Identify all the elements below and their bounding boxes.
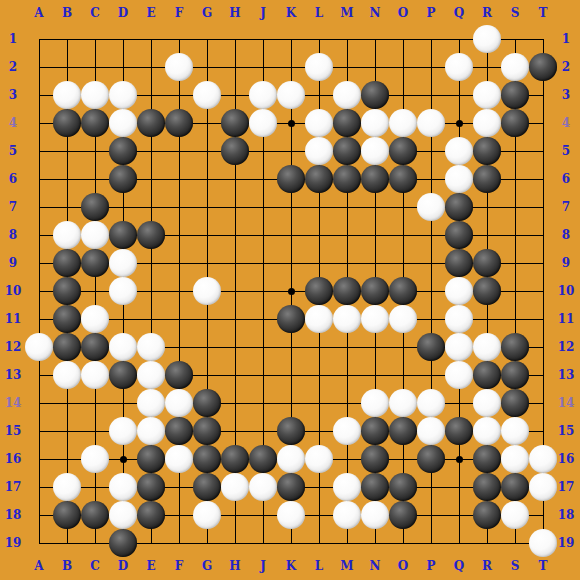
- column-label-bottom: H: [229, 560, 240, 572]
- column-label-bottom: C: [90, 560, 100, 572]
- white-stone[interactable]: [417, 193, 445, 221]
- black-stone[interactable]: [249, 445, 277, 473]
- black-stone[interactable]: [305, 277, 333, 305]
- white-stone[interactable]: [53, 361, 81, 389]
- white-stone[interactable]: [333, 81, 361, 109]
- column-label-bottom: G: [202, 560, 212, 572]
- white-stone[interactable]: [109, 333, 137, 361]
- white-stone[interactable]: [333, 417, 361, 445]
- black-stone[interactable]: [109, 361, 137, 389]
- white-stone[interactable]: [445, 277, 473, 305]
- black-stone[interactable]: [389, 137, 417, 165]
- row-label-right: 9: [562, 257, 570, 269]
- white-stone[interactable]: [501, 501, 529, 529]
- white-stone[interactable]: [109, 473, 137, 501]
- white-stone[interactable]: [445, 361, 473, 389]
- star-point: [288, 288, 295, 295]
- column-label-bottom: E: [146, 560, 155, 572]
- column-label-top: J: [260, 7, 266, 19]
- white-stone[interactable]: [137, 333, 165, 361]
- black-stone[interactable]: [137, 473, 165, 501]
- white-stone[interactable]: [529, 473, 557, 501]
- row-label-right: 8: [562, 229, 570, 241]
- black-stone[interactable]: [137, 221, 165, 249]
- white-stone[interactable]: [109, 277, 137, 305]
- black-stone[interactable]: [53, 305, 81, 333]
- column-label-top: T: [539, 7, 548, 19]
- row-label-right: 1: [562, 33, 570, 45]
- white-stone[interactable]: [165, 53, 193, 81]
- white-stone[interactable]: [53, 81, 81, 109]
- row-label-right: 15: [558, 425, 575, 437]
- black-stone[interactable]: [473, 137, 501, 165]
- black-stone[interactable]: [389, 165, 417, 193]
- row-label-left: 14: [5, 397, 22, 409]
- black-stone[interactable]: [81, 109, 109, 137]
- black-stone[interactable]: [165, 109, 193, 137]
- black-stone[interactable]: [81, 249, 109, 277]
- white-stone[interactable]: [109, 109, 137, 137]
- row-label-right: 2: [562, 61, 570, 73]
- black-stone[interactable]: [473, 249, 501, 277]
- black-stone[interactable]: [333, 109, 361, 137]
- white-stone[interactable]: [361, 305, 389, 333]
- white-stone[interactable]: [277, 81, 305, 109]
- row-label-left: 7: [9, 201, 17, 213]
- white-stone[interactable]: [109, 249, 137, 277]
- column-label-bottom: O: [398, 560, 408, 572]
- column-label-top: M: [340, 7, 353, 19]
- white-stone[interactable]: [445, 305, 473, 333]
- white-stone[interactable]: [389, 389, 417, 417]
- row-label-right: 4: [562, 117, 570, 129]
- row-label-right: 5: [562, 145, 570, 157]
- column-label-top: N: [370, 7, 381, 19]
- white-stone[interactable]: [305, 53, 333, 81]
- row-label-left: 18: [5, 509, 22, 521]
- grid-line-horizontal: [39, 403, 544, 404]
- white-stone[interactable]: [501, 445, 529, 473]
- white-stone[interactable]: [277, 445, 305, 473]
- white-stone[interactable]: [81, 221, 109, 249]
- column-label-top: S: [511, 7, 520, 19]
- column-label-top: B: [62, 7, 72, 19]
- star-point: [456, 456, 463, 463]
- black-stone[interactable]: [473, 445, 501, 473]
- row-label-left: 6: [9, 173, 17, 185]
- white-stone[interactable]: [501, 53, 529, 81]
- black-stone[interactable]: [193, 417, 221, 445]
- black-stone[interactable]: [193, 473, 221, 501]
- row-label-left: 15: [5, 425, 22, 437]
- black-stone[interactable]: [501, 361, 529, 389]
- white-stone[interactable]: [193, 81, 221, 109]
- row-label-left: 16: [5, 453, 22, 465]
- white-stone[interactable]: [305, 109, 333, 137]
- column-label-top: C: [90, 7, 100, 19]
- white-stone[interactable]: [249, 473, 277, 501]
- black-stone[interactable]: [53, 277, 81, 305]
- white-stone[interactable]: [501, 417, 529, 445]
- column-label-bottom: B: [62, 560, 72, 572]
- go-board: AA11BB22CC33DD44EE55FF66GG77HH88JJ99KK10…: [0, 0, 580, 580]
- black-stone[interactable]: [305, 165, 333, 193]
- black-stone[interactable]: [277, 165, 305, 193]
- black-stone[interactable]: [137, 109, 165, 137]
- black-stone[interactable]: [529, 53, 557, 81]
- black-stone[interactable]: [193, 445, 221, 473]
- white-stone[interactable]: [445, 137, 473, 165]
- black-stone[interactable]: [81, 501, 109, 529]
- black-stone[interactable]: [445, 417, 473, 445]
- white-stone[interactable]: [529, 445, 557, 473]
- white-stone[interactable]: [473, 333, 501, 361]
- black-stone[interactable]: [417, 445, 445, 473]
- black-stone[interactable]: [361, 417, 389, 445]
- black-stone[interactable]: [277, 305, 305, 333]
- column-label-top: F: [175, 7, 184, 19]
- star-point: [456, 120, 463, 127]
- white-stone[interactable]: [361, 389, 389, 417]
- black-stone[interactable]: [109, 165, 137, 193]
- column-label-top: Q: [454, 7, 464, 19]
- black-stone[interactable]: [333, 137, 361, 165]
- black-stone[interactable]: [165, 417, 193, 445]
- white-stone[interactable]: [389, 305, 417, 333]
- black-stone[interactable]: [501, 333, 529, 361]
- row-label-left: 9: [9, 257, 17, 269]
- row-label-left: 17: [5, 481, 22, 493]
- white-stone[interactable]: [445, 165, 473, 193]
- row-label-left: 8: [9, 229, 17, 241]
- black-stone[interactable]: [473, 473, 501, 501]
- column-label-top: H: [229, 7, 240, 19]
- white-stone[interactable]: [361, 109, 389, 137]
- white-stone[interactable]: [417, 109, 445, 137]
- white-stone[interactable]: [249, 109, 277, 137]
- star-point: [288, 120, 295, 127]
- white-stone[interactable]: [137, 417, 165, 445]
- column-label-bottom: M: [340, 560, 353, 572]
- black-stone[interactable]: [417, 333, 445, 361]
- column-label-bottom: R: [482, 560, 492, 572]
- white-stone[interactable]: [81, 445, 109, 473]
- black-stone[interactable]: [333, 277, 361, 305]
- column-label-bottom: P: [426, 560, 435, 572]
- white-stone[interactable]: [361, 137, 389, 165]
- black-stone[interactable]: [109, 137, 137, 165]
- black-stone[interactable]: [81, 333, 109, 361]
- black-stone[interactable]: [473, 361, 501, 389]
- black-stone[interactable]: [53, 109, 81, 137]
- column-label-top: D: [118, 7, 128, 19]
- row-label-right: 14: [558, 397, 575, 409]
- white-stone[interactable]: [25, 333, 53, 361]
- row-label-right: 16: [558, 453, 575, 465]
- black-stone[interactable]: [53, 333, 81, 361]
- black-stone[interactable]: [389, 417, 417, 445]
- white-stone[interactable]: [109, 417, 137, 445]
- column-label-top: P: [426, 7, 435, 19]
- black-stone[interactable]: [501, 389, 529, 417]
- white-stone[interactable]: [305, 305, 333, 333]
- white-stone[interactable]: [361, 501, 389, 529]
- white-stone[interactable]: [445, 333, 473, 361]
- black-stone[interactable]: [473, 501, 501, 529]
- row-label-right: 10: [558, 285, 575, 297]
- white-stone[interactable]: [165, 445, 193, 473]
- black-stone[interactable]: [501, 473, 529, 501]
- black-stone[interactable]: [81, 193, 109, 221]
- black-stone[interactable]: [473, 165, 501, 193]
- black-stone[interactable]: [137, 501, 165, 529]
- black-stone[interactable]: [361, 445, 389, 473]
- black-stone[interactable]: [221, 109, 249, 137]
- white-stone[interactable]: [473, 109, 501, 137]
- white-stone[interactable]: [333, 305, 361, 333]
- black-stone[interactable]: [193, 389, 221, 417]
- column-label-bottom: L: [315, 560, 323, 572]
- white-stone[interactable]: [529, 529, 557, 557]
- white-stone[interactable]: [417, 417, 445, 445]
- white-stone[interactable]: [389, 109, 417, 137]
- row-label-left: 19: [5, 537, 22, 549]
- black-stone[interactable]: [53, 501, 81, 529]
- column-label-top: L: [315, 7, 323, 19]
- white-stone[interactable]: [109, 81, 137, 109]
- black-stone[interactable]: [389, 277, 417, 305]
- column-label-top: K: [286, 7, 296, 19]
- row-label-right: 6: [562, 173, 570, 185]
- column-label-bottom: A: [34, 560, 43, 572]
- column-label-top: O: [398, 7, 408, 19]
- white-stone[interactable]: [193, 277, 221, 305]
- row-label-right: 19: [558, 537, 575, 549]
- white-stone[interactable]: [193, 501, 221, 529]
- black-stone[interactable]: [221, 445, 249, 473]
- black-stone[interactable]: [445, 221, 473, 249]
- white-stone[interactable]: [417, 389, 445, 417]
- row-label-right: 7: [562, 201, 570, 213]
- white-stone[interactable]: [333, 473, 361, 501]
- row-label-right: 17: [558, 481, 575, 493]
- white-stone[interactable]: [277, 501, 305, 529]
- black-stone[interactable]: [361, 277, 389, 305]
- white-stone[interactable]: [473, 389, 501, 417]
- black-stone[interactable]: [109, 529, 137, 557]
- white-stone[interactable]: [81, 361, 109, 389]
- white-stone[interactable]: [473, 81, 501, 109]
- column-label-top: G: [202, 7, 212, 19]
- row-label-right: 18: [558, 509, 575, 521]
- column-label-top: A: [34, 7, 43, 19]
- black-stone[interactable]: [445, 193, 473, 221]
- white-stone[interactable]: [333, 501, 361, 529]
- row-label-left: 3: [9, 89, 17, 101]
- black-stone[interactable]: [53, 249, 81, 277]
- column-label-bottom: Q: [454, 560, 464, 572]
- row-label-left: 5: [9, 145, 17, 157]
- black-stone[interactable]: [501, 81, 529, 109]
- black-stone[interactable]: [361, 473, 389, 501]
- black-stone[interactable]: [109, 221, 137, 249]
- row-label-left: 12: [5, 341, 22, 353]
- row-label-left: 4: [9, 117, 17, 129]
- white-stone[interactable]: [249, 81, 277, 109]
- row-label-left: 1: [9, 33, 17, 45]
- black-stone[interactable]: [137, 445, 165, 473]
- white-stone[interactable]: [81, 305, 109, 333]
- column-label-bottom: N: [370, 560, 381, 572]
- black-stone[interactable]: [165, 361, 193, 389]
- row-label-right: 3: [562, 89, 570, 101]
- row-label-right: 12: [558, 341, 575, 353]
- white-stone[interactable]: [53, 221, 81, 249]
- white-stone[interactable]: [305, 137, 333, 165]
- row-label-left: 2: [9, 61, 17, 73]
- column-label-bottom: J: [260, 560, 266, 572]
- black-stone[interactable]: [361, 81, 389, 109]
- white-stone[interactable]: [445, 53, 473, 81]
- black-stone[interactable]: [333, 165, 361, 193]
- white-stone[interactable]: [109, 501, 137, 529]
- row-label-right: 11: [558, 313, 575, 325]
- black-stone[interactable]: [277, 417, 305, 445]
- white-stone[interactable]: [53, 473, 81, 501]
- row-label-left: 13: [5, 369, 22, 381]
- white-stone[interactable]: [221, 473, 249, 501]
- column-label-top: E: [146, 7, 155, 19]
- white-stone[interactable]: [165, 389, 193, 417]
- black-stone[interactable]: [473, 277, 501, 305]
- black-stone[interactable]: [389, 473, 417, 501]
- column-label-bottom: K: [286, 560, 296, 572]
- column-label-bottom: T: [539, 560, 548, 572]
- white-stone[interactable]: [473, 417, 501, 445]
- white-stone[interactable]: [305, 445, 333, 473]
- star-point: [120, 456, 127, 463]
- white-stone[interactable]: [473, 25, 501, 53]
- column-label-bottom: F: [175, 560, 184, 572]
- row-label-right: 13: [558, 369, 575, 381]
- white-stone[interactable]: [81, 81, 109, 109]
- black-stone[interactable]: [221, 137, 249, 165]
- column-label-bottom: S: [511, 560, 520, 572]
- row-label-left: 10: [5, 285, 22, 297]
- row-label-left: 11: [5, 313, 22, 325]
- black-stone[interactable]: [501, 109, 529, 137]
- white-stone[interactable]: [137, 389, 165, 417]
- black-stone[interactable]: [389, 501, 417, 529]
- black-stone[interactable]: [361, 165, 389, 193]
- column-label-top: R: [482, 7, 492, 19]
- black-stone[interactable]: [277, 473, 305, 501]
- white-stone[interactable]: [137, 361, 165, 389]
- black-stone[interactable]: [445, 249, 473, 277]
- column-label-bottom: D: [118, 560, 128, 572]
